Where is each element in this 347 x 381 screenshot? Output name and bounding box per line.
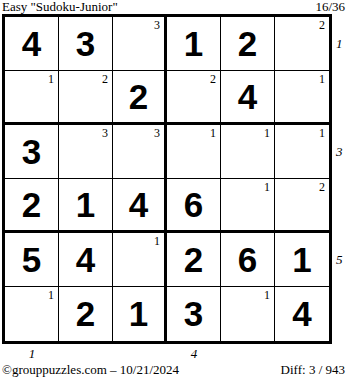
sudoku-board: 433122122241333111214612541261121314 (2, 14, 332, 344)
given-digit: 4 (59, 233, 112, 286)
cell-r5c4[interactable]: 2 (167, 233, 221, 287)
corner-clue: 1 (319, 73, 325, 85)
given-digit: 5 (5, 233, 58, 286)
given-digit: 2 (167, 233, 220, 286)
cell-r6c6[interactable]: 4 (275, 287, 329, 341)
cell-r6c3[interactable]: 1 (113, 287, 167, 341)
cell-r5c6[interactable]: 1 (275, 233, 329, 287)
cell-r5c1[interactable]: 5 (5, 233, 59, 287)
corner-clue: 1 (210, 127, 216, 139)
corner-clue: 1 (319, 127, 325, 139)
puzzle-title: Easy "Sudoku-Junior" (2, 0, 118, 14)
given-digit: 3 (59, 17, 112, 70)
cell-r5c2[interactable]: 4 (59, 233, 113, 287)
cell-r2c6[interactable]: 1 (275, 71, 329, 125)
col-label-4: 4 (187, 347, 201, 361)
cell-r2c2[interactable]: 2 (59, 71, 113, 125)
given-digit: 4 (113, 179, 164, 230)
given-digit: 2 (113, 71, 164, 122)
cell-r1c6[interactable]: 2 (275, 17, 329, 71)
cell-r5c5[interactable]: 6 (221, 233, 275, 287)
cell-r1c5[interactable]: 2 (221, 17, 275, 71)
cell-r5c3[interactable]: 1 (113, 233, 167, 287)
corner-clue: 1 (264, 181, 270, 193)
copyright-date: ©grouppuzzles.com – 10/21/2024 (2, 363, 179, 377)
cell-r2c3[interactable]: 2 (113, 71, 167, 125)
cell-r2c1[interactable]: 1 (5, 71, 59, 125)
cell-r1c1[interactable]: 4 (5, 17, 59, 71)
given-digit: 2 (5, 179, 58, 230)
cell-r3c5[interactable]: 1 (221, 125, 275, 179)
given-digit: 3 (167, 287, 220, 341)
cell-r6c1[interactable]: 1 (5, 287, 59, 341)
corner-clue: 1 (48, 289, 54, 301)
given-digit: 2 (59, 287, 112, 341)
given-digit: 2 (221, 17, 274, 70)
corner-clue: 3 (154, 19, 160, 31)
corner-clue: 2 (102, 73, 108, 85)
cell-r3c1[interactable]: 3 (5, 125, 59, 179)
given-digit: 1 (59, 179, 112, 230)
given-digit: 3 (5, 125, 58, 178)
row-label-5: 5 (336, 253, 347, 267)
cell-r4c1[interactable]: 2 (5, 179, 59, 233)
header: Easy "Sudoku-Junior" 16/36 (2, 0, 345, 14)
cell-r3c4[interactable]: 1 (167, 125, 221, 179)
row-label-1: 1 (336, 37, 347, 51)
cell-r4c2[interactable]: 1 (59, 179, 113, 233)
cell-r1c3[interactable]: 3 (113, 17, 167, 71)
cell-r3c2[interactable]: 3 (59, 125, 113, 179)
given-digit: 4 (275, 287, 329, 341)
given-digit: 4 (5, 17, 58, 70)
given-digit: 1 (275, 233, 329, 286)
given-digit: 6 (221, 233, 274, 286)
col-label-1: 1 (25, 347, 39, 361)
cell-r1c2[interactable]: 3 (59, 17, 113, 71)
corner-clue: 2 (319, 181, 325, 193)
footer: ©grouppuzzles.com – 10/21/2024 Diff: 3 /… (2, 363, 345, 377)
cell-r2c4[interactable]: 2 (167, 71, 221, 125)
cell-r1c4[interactable]: 1 (167, 17, 221, 71)
cell-r2c5[interactable]: 4 (221, 71, 275, 125)
difficulty: Diff: 3 / 943 (281, 363, 345, 377)
cell-r6c5[interactable]: 1 (221, 287, 275, 341)
cell-r3c3[interactable]: 3 (113, 125, 167, 179)
given-digit: 1 (167, 17, 220, 70)
filled-counter: 16/36 (315, 0, 345, 14)
cell-r6c4[interactable]: 3 (167, 287, 221, 341)
corner-clue: 2 (319, 19, 325, 31)
corner-clue: 1 (48, 73, 54, 85)
corner-clue: 1 (264, 289, 270, 301)
cell-r3c6[interactable]: 1 (275, 125, 329, 179)
corner-clue: 1 (154, 235, 160, 247)
cell-r6c2[interactable]: 2 (59, 287, 113, 341)
corner-clue: 2 (210, 73, 216, 85)
given-digit: 4 (221, 71, 274, 122)
cell-r4c3[interactable]: 4 (113, 179, 167, 233)
corner-clue: 1 (264, 127, 270, 139)
cell-r4c6[interactable]: 2 (275, 179, 329, 233)
given-digit: 1 (113, 287, 164, 341)
cell-r4c4[interactable]: 6 (167, 179, 221, 233)
cell-r4c5[interactable]: 1 (221, 179, 275, 233)
corner-clue: 3 (154, 127, 160, 139)
given-digit: 6 (167, 179, 220, 230)
corner-clue: 3 (102, 127, 108, 139)
row-label-3: 3 (336, 145, 347, 159)
